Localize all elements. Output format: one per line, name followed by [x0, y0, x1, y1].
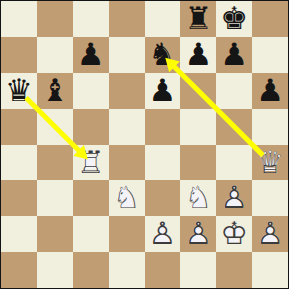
- piece-black-pawn-e6[interactable]: ♟: [145, 73, 181, 109]
- square-c5[interactable]: [73, 109, 109, 145]
- square-e1[interactable]: [145, 252, 181, 288]
- square-d3[interactable]: ♞♘: [109, 180, 145, 216]
- piece-white-knight-f3[interactable]: ♞♘: [180, 180, 216, 216]
- square-e2[interactable]: ♟♙: [145, 216, 181, 252]
- square-a2[interactable]: [1, 216, 37, 252]
- piece-black-king-g8[interactable]: ♚: [216, 1, 252, 37]
- square-e5[interactable]: [145, 109, 181, 145]
- square-d1[interactable]: [109, 252, 145, 288]
- square-d5[interactable]: [109, 109, 145, 145]
- square-d2[interactable]: [109, 216, 145, 252]
- square-g6[interactable]: [216, 73, 252, 109]
- square-h3[interactable]: [252, 180, 288, 216]
- square-d6[interactable]: [109, 73, 145, 109]
- piece-black-pawn-h6[interactable]: ♟: [252, 73, 288, 109]
- square-f7[interactable]: ♟: [180, 37, 216, 73]
- square-c6[interactable]: [73, 73, 109, 109]
- square-b3[interactable]: [37, 180, 73, 216]
- square-d4[interactable]: [109, 145, 145, 181]
- square-b4[interactable]: [37, 145, 73, 181]
- square-g2[interactable]: ♚♔: [216, 216, 252, 252]
- piece-white-pawn-e2[interactable]: ♟♙: [145, 216, 181, 252]
- white-pawn-outline-glyph: ♙: [252, 216, 288, 252]
- square-a5[interactable]: [1, 109, 37, 145]
- square-c1[interactable]: [73, 252, 109, 288]
- white-pawn-outline-glyph: ♙: [145, 216, 181, 252]
- square-f1[interactable]: [180, 252, 216, 288]
- square-e3[interactable]: [145, 180, 181, 216]
- square-f2[interactable]: ♟♙: [180, 216, 216, 252]
- square-f6[interactable]: [180, 73, 216, 109]
- square-g5[interactable]: [216, 109, 252, 145]
- square-b1[interactable]: [37, 252, 73, 288]
- square-e4[interactable]: [145, 145, 181, 181]
- square-h7[interactable]: [252, 37, 288, 73]
- white-pawn-outline-glyph: ♙: [216, 180, 252, 216]
- square-h1[interactable]: [252, 252, 288, 288]
- square-h5[interactable]: [252, 109, 288, 145]
- square-b5[interactable]: [37, 109, 73, 145]
- square-b2[interactable]: [37, 216, 73, 252]
- square-d7[interactable]: [109, 37, 145, 73]
- square-g3[interactable]: ♟♙: [216, 180, 252, 216]
- square-h8[interactable]: [252, 1, 288, 37]
- piece-white-knight-d3[interactable]: ♞♘: [109, 180, 145, 216]
- square-f4[interactable]: [180, 145, 216, 181]
- piece-white-pawn-g3[interactable]: ♟♙: [216, 180, 252, 216]
- piece-white-pawn-f2[interactable]: ♟♙: [180, 216, 216, 252]
- square-h2[interactable]: ♟♙: [252, 216, 288, 252]
- piece-black-knight-e7[interactable]: ♞: [145, 37, 181, 73]
- piece-white-pawn-h2[interactable]: ♟♙: [252, 216, 288, 252]
- square-c7[interactable]: ♟: [73, 37, 109, 73]
- square-g1[interactable]: [216, 252, 252, 288]
- square-a3[interactable]: [1, 180, 37, 216]
- square-g7[interactable]: ♟: [216, 37, 252, 73]
- white-knight-outline-glyph: ♘: [109, 180, 145, 216]
- square-g8[interactable]: ♚: [216, 1, 252, 37]
- square-c3[interactable]: [73, 180, 109, 216]
- square-a7[interactable]: [1, 37, 37, 73]
- piece-black-rook-f8[interactable]: ♜: [180, 1, 216, 37]
- white-king-outline-glyph: ♔: [216, 216, 252, 252]
- white-knight-outline-glyph: ♘: [180, 180, 216, 216]
- square-e6[interactable]: ♟: [145, 73, 181, 109]
- square-a6[interactable]: ♛: [1, 73, 37, 109]
- piece-white-king-g2[interactable]: ♚♔: [216, 216, 252, 252]
- square-a1[interactable]: [1, 252, 37, 288]
- piece-black-pawn-f7[interactable]: ♟: [180, 37, 216, 73]
- square-h6[interactable]: ♟: [252, 73, 288, 109]
- square-d8[interactable]: [109, 1, 145, 37]
- square-f3[interactable]: ♞♘: [180, 180, 216, 216]
- piece-black-queen-a6[interactable]: ♛: [1, 73, 37, 109]
- board-squares: ♜♚♟♞♟♟♛♝♟♟♜♖♛♕♞♘♞♘♟♙♟♙♟♙♚♔♟♙: [1, 1, 288, 288]
- white-queen-outline-glyph: ♕: [252, 145, 288, 181]
- square-a4[interactable]: [1, 145, 37, 181]
- white-rook-outline-glyph: ♖: [73, 145, 109, 181]
- square-b6[interactable]: ♝: [37, 73, 73, 109]
- square-c8[interactable]: [73, 1, 109, 37]
- piece-black-bishop-b6[interactable]: ♝: [37, 73, 73, 109]
- square-h4[interactable]: ♛♕: [252, 145, 288, 181]
- square-a8[interactable]: [1, 1, 37, 37]
- square-e7[interactable]: ♞: [145, 37, 181, 73]
- piece-white-rook-c4[interactable]: ♜♖: [73, 145, 109, 181]
- square-g4[interactable]: [216, 145, 252, 181]
- piece-white-queen-h4[interactable]: ♛♕: [252, 145, 288, 181]
- square-b7[interactable]: [37, 37, 73, 73]
- piece-black-pawn-g7[interactable]: ♟: [216, 37, 252, 73]
- square-f8[interactable]: ♜: [180, 1, 216, 37]
- chess-board: ♜♚♟♞♟♟♛♝♟♟♜♖♛♕♞♘♞♘♟♙♟♙♟♙♚♔♟♙: [0, 0, 289, 289]
- square-e8[interactable]: [145, 1, 181, 37]
- square-c2[interactable]: [73, 216, 109, 252]
- square-b8[interactable]: [37, 1, 73, 37]
- square-f5[interactable]: [180, 109, 216, 145]
- square-c4[interactable]: ♜♖: [73, 145, 109, 181]
- white-pawn-outline-glyph: ♙: [180, 216, 216, 252]
- piece-black-pawn-c7[interactable]: ♟: [73, 37, 109, 73]
